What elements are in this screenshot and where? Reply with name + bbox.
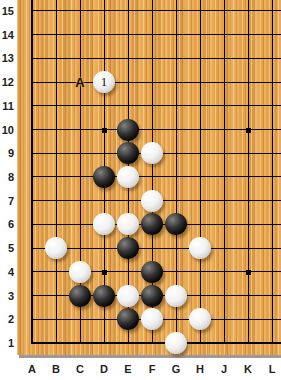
stone-white-H2[interactable] (189, 308, 211, 330)
row-label-4: 4 (0, 264, 14, 280)
stone-black-F6[interactable] (141, 213, 163, 235)
col-label-J: J (216, 362, 232, 376)
row-label-12: 12 (0, 74, 14, 90)
grid-hline-11 (31, 105, 281, 106)
star-point-K10 (246, 128, 251, 133)
stone-black-C3[interactable] (69, 285, 91, 307)
row-label-10: 10 (0, 122, 14, 138)
row-label-14: 14 (0, 27, 14, 43)
col-label-D: D (96, 362, 112, 376)
grid-hline-12 (31, 82, 281, 83)
row-label-2: 2 (0, 311, 14, 327)
col-label-H: H (192, 362, 208, 376)
stone-white-B5[interactable] (45, 237, 67, 259)
col-label-K: K (240, 362, 256, 376)
grid-vline-K (248, 0, 249, 344)
row-label-9: 9 (0, 145, 14, 161)
grid-hline-15 (31, 10, 281, 11)
grid-hline-8 (31, 176, 281, 177)
stone-black-F3[interactable] (141, 285, 163, 307)
star-point-D10 (102, 128, 107, 133)
stone-black-D3[interactable] (93, 285, 115, 307)
stone-white-F7[interactable] (141, 190, 163, 212)
stone-white-G1[interactable] (165, 332, 187, 354)
row-label-13: 13 (0, 50, 14, 66)
stone-white-F9[interactable] (141, 142, 163, 164)
col-label-L: L (264, 362, 280, 376)
col-label-G: G (168, 362, 184, 376)
col-label-C: C (72, 362, 88, 376)
grid-hline-1 (31, 342, 281, 344)
grid-vline-B (56, 0, 57, 344)
grid-hline-10 (31, 129, 281, 130)
row-label-6: 6 (0, 216, 14, 232)
stone-white-E3[interactable] (117, 285, 139, 307)
col-label-F: F (144, 362, 160, 376)
row-label-7: 7 (0, 193, 14, 209)
row-label-8: 8 (0, 169, 14, 185)
grid-vline-J (224, 0, 225, 344)
row-label-15: 15 (0, 3, 14, 19)
col-label-B: B (48, 362, 64, 376)
grid-vline-H (200, 0, 201, 344)
stone-white-C4[interactable] (69, 261, 91, 283)
stone-white-H5[interactable] (189, 237, 211, 259)
stone-white-D6[interactable] (93, 213, 115, 235)
grid-vline-A (31, 0, 33, 344)
stone-white-G3[interactable] (165, 285, 187, 307)
stone-white-D12[interactable]: 1 (93, 71, 115, 93)
stone-white-E6[interactable] (117, 213, 139, 235)
stone-black-G6[interactable] (165, 213, 187, 235)
move-number: 1 (101, 76, 107, 88)
grid-hline-5 (31, 248, 281, 249)
grid-hline-14 (31, 34, 281, 35)
go-diagram: 151413121110987654321ABCDEFGHJKL 1A (0, 0, 281, 380)
point-label-A-C12[interactable]: A (72, 76, 88, 89)
row-label-11: 11 (0, 98, 14, 114)
row-label-3: 3 (0, 288, 14, 304)
col-label-A: A (24, 362, 40, 376)
stone-white-E8[interactable] (117, 166, 139, 188)
grid-hline-13 (31, 58, 281, 59)
star-point-D4 (102, 270, 107, 275)
col-label-E: E (120, 362, 136, 376)
star-point-K4 (246, 270, 251, 275)
row-label-5: 5 (0, 240, 14, 256)
stone-black-E9[interactable] (117, 142, 139, 164)
stone-black-D8[interactable] (93, 166, 115, 188)
row-label-1: 1 (0, 335, 14, 351)
stone-white-F2[interactable] (141, 308, 163, 330)
board-shadow (19, 355, 281, 358)
stone-black-F4[interactable] (141, 261, 163, 283)
stone-black-E5[interactable] (117, 237, 139, 259)
stone-black-E2[interactable] (117, 308, 139, 330)
grid-vline-L (272, 0, 273, 344)
stone-black-E10[interactable] (117, 119, 139, 141)
